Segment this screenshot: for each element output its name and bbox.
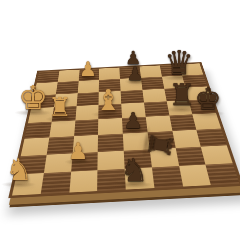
- white-king-a4[interactable]: ♚: [18, 81, 48, 114]
- piece-layer: ♟♟♟♛♜♚♜♝♚♟♜♟♞♞: [0, 0, 240, 240]
- white-knight-a1[interactable]: ♞: [6, 155, 33, 185]
- black-king-h4[interactable]: ♚: [195, 84, 222, 114]
- product-photo-scene: ♟♟♟♛♜♚♜♝♚♟♜♟♞♞: [0, 0, 240, 240]
- white-pawn-c2[interactable]: ♟: [68, 140, 89, 163]
- black-rook-g5[interactable]: ♜: [169, 80, 196, 110]
- white-rook-b4[interactable]: ♜: [48, 94, 71, 120]
- black-knight-e1[interactable]: ♞: [120, 154, 149, 186]
- black-pawn-e3[interactable]: ♟: [123, 110, 143, 132]
- black-pawn-d7[interactable]: ♟: [126, 64, 143, 83]
- white-pawn-b7[interactable]: ♟: [79, 59, 97, 79]
- white-bishop-d4[interactable]: ♝: [95, 86, 121, 115]
- black-queen-f7[interactable]: ♛: [164, 46, 194, 79]
